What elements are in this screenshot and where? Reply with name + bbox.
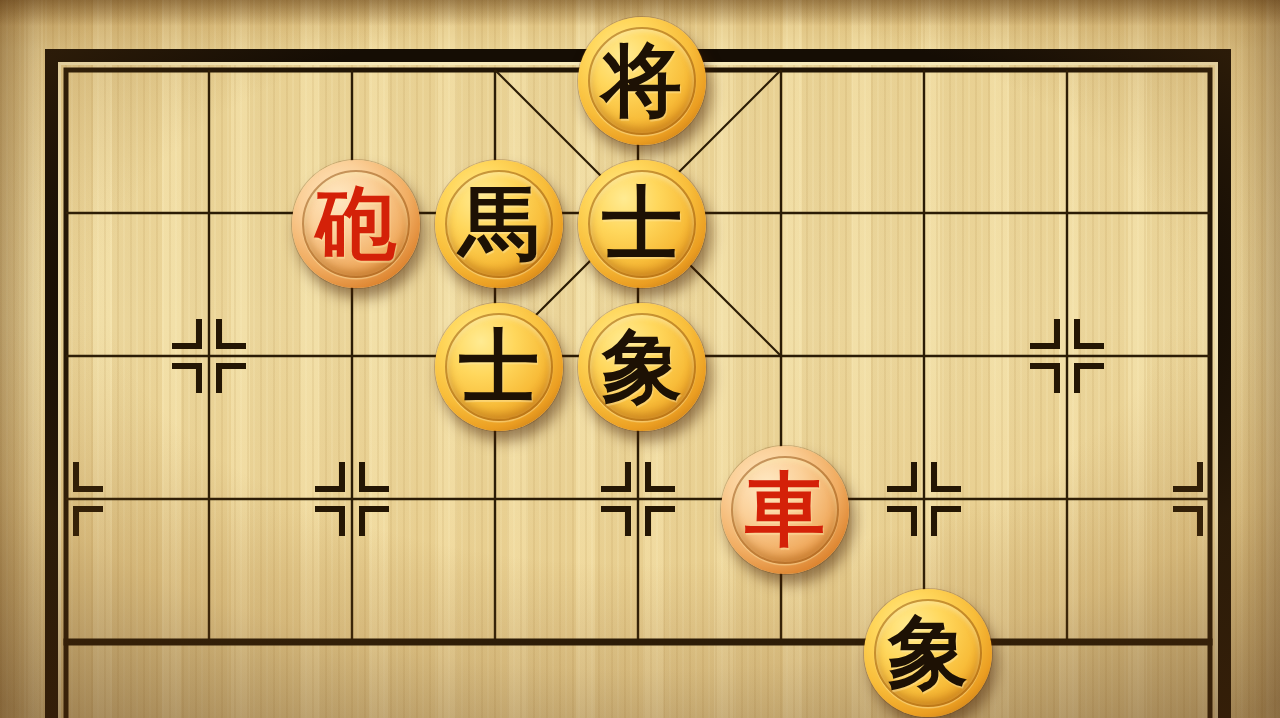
black-advisor-2[interactable]: 士 — [435, 303, 563, 431]
black-elephant-1-character: 象 — [602, 327, 682, 407]
black-general-character: 将 — [602, 41, 682, 121]
red-cannon-character: 砲 — [316, 184, 396, 264]
black-advisor-1[interactable]: 士 — [578, 160, 706, 288]
black-general[interactable]: 将 — [578, 17, 706, 145]
red-cannon[interactable]: 砲 — [292, 160, 420, 288]
black-horse-character: 馬 — [459, 184, 539, 264]
red-chariot-character: 車 — [745, 470, 825, 550]
black-elephant-2[interactable]: 象 — [864, 589, 992, 717]
black-advisor-1-character: 士 — [602, 184, 682, 264]
xiangqi-board[interactable]: 将砲馬士士象車象 — [0, 0, 1280, 718]
red-chariot[interactable]: 車 — [721, 446, 849, 574]
black-advisor-2-character: 士 — [459, 327, 539, 407]
black-elephant-2-character: 象 — [888, 613, 968, 693]
black-horse[interactable]: 馬 — [435, 160, 563, 288]
pieces-layer: 将砲馬士士象車象 — [0, 0, 1280, 718]
black-elephant-1[interactable]: 象 — [578, 303, 706, 431]
